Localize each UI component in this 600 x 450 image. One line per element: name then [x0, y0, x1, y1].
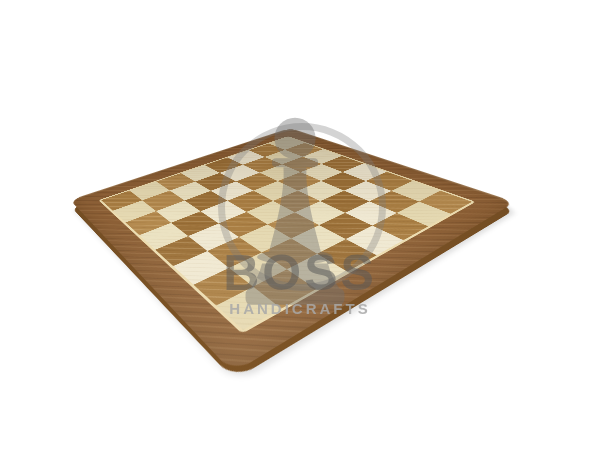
- brand-name-watermark: BOSS: [0, 248, 600, 298]
- brand-subtitle-watermark: HANDICRAFTS: [0, 300, 600, 317]
- product-photo-chessboard: BOSS HANDICRAFTS: [0, 0, 600, 450]
